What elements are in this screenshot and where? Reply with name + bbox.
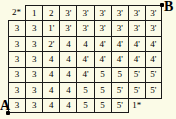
grid-cell-r4c5: 4' [76,51,93,66]
grid-cell-r4c8: 4' [128,51,145,66]
maze-figure: 2*123'3'3'3'3'3'331'3'3'3'3'3'3'332'444'… [0,0,176,119]
grid-cell-r5c6: 5 [94,67,111,82]
puzzle-grid: 2*123'3'3'3'3'3'331'3'3'3'3'3'3'332'444'… [8,5,162,113]
grid-cell-r1c9: 3' [145,5,162,20]
grid-cell-r4c4: 4 [59,51,76,66]
grid-cell-r1c6: 3' [94,5,111,20]
grid-cell-r4c7: 4' [111,51,128,66]
grid-cell-r2c4: 3' [59,20,76,35]
grid-cell-r2c6: 3' [94,20,111,35]
grid-cell-r2c3: 1' [42,20,59,35]
grid-cell-r2c7: 3' [111,20,128,35]
grid-cell-r4c1: 3 [8,51,25,66]
grid-cell-r6c4: 4 [59,82,76,97]
grid-cell-r5c7: 5 [111,67,128,82]
grid-cell-r6c1: 3 [8,82,25,97]
grid-cell-r7c4: 4 [59,98,76,113]
grid-cell-r3c1: 3 [8,36,25,51]
grid-cell-r2c1: 3 [8,20,25,35]
grid-cell-r7c2: 3 [25,98,42,113]
grid-cell-r2c2: 3 [25,20,42,35]
grid-cell-r1c7: 3' [111,5,128,20]
grid-cell-r7c7: 5' [111,98,128,113]
grid-cell-r5c4: 4 [59,67,76,82]
grid-cell-r3c2: 3 [25,36,42,51]
grid-cell-r3c5: 4 [76,36,93,51]
grid-cell-r6c5: 5 [76,82,93,97]
grid-cell-r6c7: 5' [111,82,128,97]
grid-cell-r3c4: 4 [59,36,76,51]
grid-cell-r1c2: 1 [25,5,42,20]
corner-dot-b [160,3,164,7]
grid-cell-r7c8: 1* [128,98,145,113]
grid-cell-r4c3: 4 [42,51,59,66]
corner-label-b: B [164,0,173,14]
grid-cell-r5c1: 3 [8,67,25,82]
grid-cell-r6c6: 5 [94,82,111,97]
grid-cell-r1c4: 3' [59,5,76,20]
grid-cell-r6c8: 5' [128,82,145,97]
grid-cell-r7c6: 5 [94,98,111,113]
grid-cell-r5c9: 5' [145,67,162,82]
grid-cell-r5c3: 4 [42,67,59,82]
grid-cell-r2c5: 3' [76,20,93,35]
grid-cell-r3c9: 4' [145,36,162,51]
grid-cell-r3c8: 4' [128,36,145,51]
grid-cell-r1c5: 3' [76,5,93,20]
grid-cell-r4c2: 3 [25,51,42,66]
grid-cell-r5c8: 5' [128,67,145,82]
grid-cell-r7c3: 4 [42,98,59,113]
grid-cell-r3c7: 4' [111,36,128,51]
grid-cell-r7c5: 5 [76,98,93,113]
grid-cell-r1c8: 3' [128,5,145,20]
grid-cell-r6c3: 4 [42,82,59,97]
corner-dot-a [6,111,10,115]
grid-cell-r4c6: 4' [94,51,111,66]
grid-cell-r2c9: 3' [145,20,162,35]
grid-cell-r3c3: 2' [42,36,59,51]
grid-cell-r1c3: 2 [42,5,59,20]
grid-cell-r1c1: 2* [8,5,25,20]
grid-cell-r2c8: 3' [128,20,145,35]
grid-cell-r7c1: 3 [8,98,25,113]
grid-cell-r7c9 [145,98,162,113]
grid-cell-r3c6: 4' [94,36,111,51]
grid-cell-r6c2: 3 [25,82,42,97]
grid-cell-r5c2: 3 [25,67,42,82]
grid-cell-r4c9: 4' [145,51,162,66]
grid-cell-r6c9: 5' [145,82,162,97]
grid-cell-r5c5: 4' [76,67,93,82]
